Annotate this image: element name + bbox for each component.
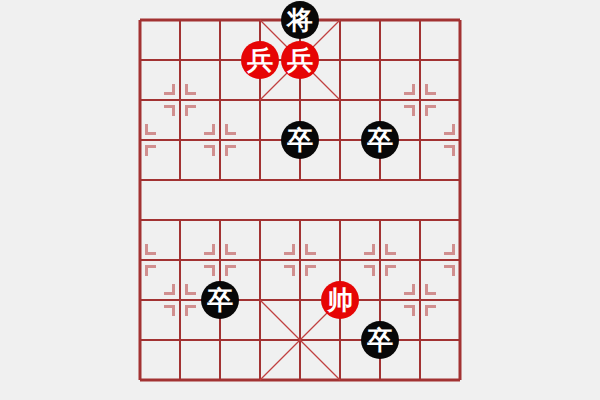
piece-black-soldier[interactable]: 卒 [361,321,399,359]
piece-red-soldier[interactable]: 兵 [281,41,319,79]
piece-black-soldier[interactable]: 卒 [201,281,239,319]
piece-black-general[interactable]: 将 [281,1,319,39]
piece-black-soldier[interactable]: 卒 [281,121,319,159]
piece-black-soldier[interactable]: 卒 [361,121,399,159]
xiangqi-board-diagram: 将兵兵卒卒卒帅卒 [0,0,600,400]
piece-red-soldier[interactable]: 兵 [241,41,279,79]
piece-red-general[interactable]: 帅 [321,281,359,319]
pieces-grid: 将兵兵卒卒卒帅卒 [120,0,480,400]
